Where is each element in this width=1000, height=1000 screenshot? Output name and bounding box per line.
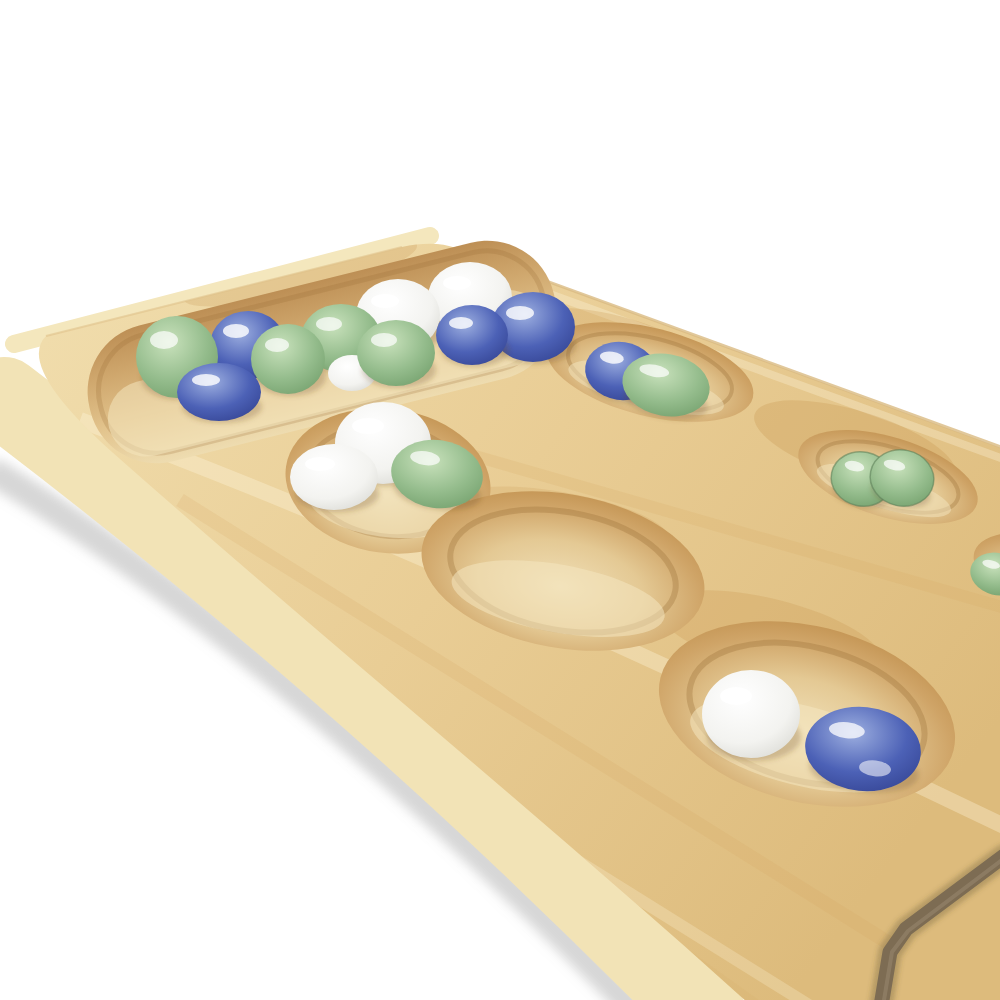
- product-photo-mancala: [0, 0, 1000, 1000]
- stone-green: [357, 320, 436, 388]
- board-photo: [0, 0, 1000, 1000]
- stone-blue: [177, 363, 262, 423]
- stone-white: [290, 444, 379, 512]
- stone-blue: [436, 305, 509, 367]
- stone-white: [702, 670, 801, 761]
